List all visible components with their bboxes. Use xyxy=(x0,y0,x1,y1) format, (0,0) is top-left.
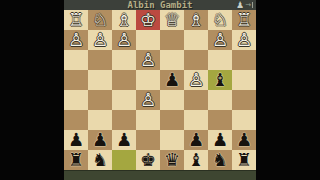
square-a1[interactable]: ♖ xyxy=(232,10,256,30)
piece-black-pawn: ♟ xyxy=(116,130,132,150)
piece-black-knight: ♞ xyxy=(212,150,228,170)
square-g6[interactable] xyxy=(88,110,112,130)
piece-white-rook: ♖ xyxy=(236,10,252,30)
piece-white-pawn: ♙ xyxy=(236,30,252,50)
piece-black-pawn: ♟ xyxy=(188,130,204,150)
square-e4[interactable] xyxy=(136,70,160,90)
piece-white-queen: ♕ xyxy=(164,10,180,30)
square-f7[interactable]: ♟ xyxy=(112,130,136,150)
square-c8[interactable]: ♝ xyxy=(184,150,208,170)
square-b4[interactable]: ♝ xyxy=(208,70,232,90)
piece-black-pawn: ♟ xyxy=(92,130,108,150)
square-a4[interactable] xyxy=(232,70,256,90)
piece-black-pawn: ♟ xyxy=(68,130,84,150)
square-f8[interactable] xyxy=(112,150,136,170)
piece-white-pawn: ♙ xyxy=(68,30,84,50)
piece-white-pawn: ♙ xyxy=(188,70,204,90)
square-c3[interactable] xyxy=(184,50,208,70)
square-f5[interactable] xyxy=(112,90,136,110)
piece-black-rook: ♜ xyxy=(236,150,252,170)
square-d5[interactable] xyxy=(160,90,184,110)
piece-white-rook: ♖ xyxy=(68,10,84,30)
square-b1[interactable]: ♘ xyxy=(208,10,232,30)
piece-white-king: ♔ xyxy=(140,10,156,30)
square-d6[interactable] xyxy=(160,110,184,130)
square-b7[interactable]: ♟ xyxy=(208,130,232,150)
chess-board: ♖♘♗♔♕♗♘♖♙♙♙♙♙♙♟♙♝♙♟♟♟♟♟♟♜♞♚♛♝♞♜ xyxy=(64,10,256,170)
square-g3[interactable] xyxy=(88,50,112,70)
square-d4[interactable]: ♟ xyxy=(160,70,184,90)
square-e7[interactable] xyxy=(136,130,160,150)
square-e1[interactable]: ♔ xyxy=(136,10,160,30)
piece-white-bishop: ♗ xyxy=(116,10,132,30)
square-e6[interactable] xyxy=(136,110,160,130)
square-h1[interactable]: ♖ xyxy=(64,10,88,30)
square-a3[interactable] xyxy=(232,50,256,70)
piece-white-knight: ♘ xyxy=(212,10,228,30)
square-f6[interactable] xyxy=(112,110,136,130)
square-d7[interactable] xyxy=(160,130,184,150)
square-h3[interactable] xyxy=(64,50,88,70)
square-d3[interactable] xyxy=(160,50,184,70)
square-g2[interactable]: ♙ xyxy=(88,30,112,50)
square-c2[interactable] xyxy=(184,30,208,50)
square-e2[interactable] xyxy=(136,30,160,50)
square-d2[interactable] xyxy=(160,30,184,50)
square-g4[interactable] xyxy=(88,70,112,90)
square-f4[interactable] xyxy=(112,70,136,90)
arrow-bar-icon xyxy=(252,2,253,8)
opening-title: Albin Gambit xyxy=(64,0,256,10)
square-a2[interactable]: ♙ xyxy=(232,30,256,50)
square-g1[interactable]: ♘ xyxy=(88,10,112,30)
piece-white-knight: ♘ xyxy=(92,10,108,30)
chess-app-window: Albin Gambit ♟ → ♖♘♗♔♕♗♘♖♙♙♙♙♙♙♟♙♝♙♟♟♟♟♟… xyxy=(64,0,256,180)
piece-white-pawn: ♙ xyxy=(116,30,132,50)
piece-white-pawn: ♙ xyxy=(140,90,156,110)
piece-black-queen: ♛ xyxy=(164,150,180,170)
square-c4[interactable]: ♙ xyxy=(184,70,208,90)
square-f2[interactable]: ♙ xyxy=(112,30,136,50)
piece-black-knight: ♞ xyxy=(92,150,108,170)
square-c1[interactable]: ♗ xyxy=(184,10,208,30)
square-e3[interactable]: ♙ xyxy=(136,50,160,70)
square-c5[interactable] xyxy=(184,90,208,110)
square-h8[interactable]: ♜ xyxy=(64,150,88,170)
square-a5[interactable] xyxy=(232,90,256,110)
square-h2[interactable]: ♙ xyxy=(64,30,88,50)
square-c7[interactable]: ♟ xyxy=(184,130,208,150)
piece-white-pawn: ♙ xyxy=(140,50,156,70)
piece-white-pawn: ♙ xyxy=(212,30,228,50)
piece-black-pawn: ♟ xyxy=(236,130,252,150)
square-b5[interactable] xyxy=(208,90,232,110)
turn-indicator: ♟ → xyxy=(236,0,253,10)
piece-black-bishop: ♝ xyxy=(188,150,204,170)
arrow-right-icon: → xyxy=(245,0,251,10)
square-g5[interactable] xyxy=(88,90,112,110)
square-e8[interactable]: ♚ xyxy=(136,150,160,170)
square-f3[interactable] xyxy=(112,50,136,70)
title-bar: Albin Gambit ♟ → xyxy=(64,0,256,10)
square-h6[interactable] xyxy=(64,110,88,130)
square-a6[interactable] xyxy=(232,110,256,130)
square-e5[interactable]: ♙ xyxy=(136,90,160,110)
piece-white-bishop: ♗ xyxy=(188,10,204,30)
square-d1[interactable]: ♕ xyxy=(160,10,184,30)
square-b2[interactable]: ♙ xyxy=(208,30,232,50)
square-h4[interactable] xyxy=(64,70,88,90)
square-d8[interactable]: ♛ xyxy=(160,150,184,170)
square-a7[interactable]: ♟ xyxy=(232,130,256,150)
piece-black-rook: ♜ xyxy=(68,150,84,170)
square-a8[interactable]: ♜ xyxy=(232,150,256,170)
status-bar xyxy=(64,170,256,180)
piece-white-pawn: ♙ xyxy=(92,30,108,50)
square-c6[interactable] xyxy=(184,110,208,130)
piece-black-pawn: ♟ xyxy=(212,130,228,150)
square-b6[interactable] xyxy=(208,110,232,130)
square-b3[interactable] xyxy=(208,50,232,70)
pawn-icon: ♟ xyxy=(236,0,244,10)
square-f1[interactable]: ♗ xyxy=(112,10,136,30)
piece-black-king: ♚ xyxy=(140,150,156,170)
square-g7[interactable]: ♟ xyxy=(88,130,112,150)
square-b8[interactable]: ♞ xyxy=(208,150,232,170)
square-g8[interactable]: ♞ xyxy=(88,150,112,170)
square-h5[interactable] xyxy=(64,90,88,110)
square-h7[interactable]: ♟ xyxy=(64,130,88,150)
piece-black-bishop: ♝ xyxy=(212,70,228,90)
piece-black-pawn: ♟ xyxy=(164,70,180,90)
